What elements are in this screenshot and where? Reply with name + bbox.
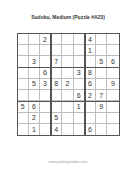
cell-r8c5[interactable]: [62, 113, 73, 124]
cell-r4c3[interactable]: 6: [40, 68, 51, 79]
sudoku-page: Sudoku, Medium (Puzzle #A23) 24137566385…: [0, 0, 136, 176]
cell-r3c3[interactable]: [40, 56, 51, 67]
cell-r7c4[interactable]: [51, 101, 62, 112]
cell-r8c2[interactable]: 2: [29, 113, 40, 124]
cell-r7c9[interactable]: [107, 101, 118, 112]
page-title: Sudoku, Medium (Puzzle #A23): [0, 13, 136, 21]
cell-r8c6[interactable]: [74, 113, 85, 124]
cell-r4c6[interactable]: 3: [74, 68, 85, 79]
cell-r3c8[interactable]: 5: [96, 56, 107, 67]
cell-r6c2[interactable]: [29, 90, 40, 101]
cell-r6c3[interactable]: [40, 90, 51, 101]
cell-r5c3[interactable]: 3: [40, 79, 51, 90]
cell-r2c1[interactable]: [18, 45, 29, 56]
cell-r6c5[interactable]: [62, 90, 73, 101]
cell-r8c4[interactable]: 5: [51, 113, 62, 124]
cell-r6c1[interactable]: [18, 90, 29, 101]
cell-r6c9[interactable]: [107, 90, 118, 101]
cell-r7c2[interactable]: 6: [29, 101, 40, 112]
cell-r6c7[interactable]: 2: [85, 90, 96, 101]
cell-r8c9[interactable]: [107, 113, 118, 124]
cell-r4c2[interactable]: [29, 68, 40, 79]
cell-r5c8[interactable]: [96, 79, 107, 90]
cell-r1c5[interactable]: [62, 34, 73, 45]
sudoku-grid: 2413756638538269627561925146: [17, 33, 120, 136]
cell-r5c1[interactable]: [18, 79, 29, 90]
cell-r8c7[interactable]: [85, 113, 96, 124]
cell-r5c4[interactable]: 8: [51, 79, 62, 90]
cell-r4c8[interactable]: [96, 68, 107, 79]
cell-r6c8[interactable]: 7: [96, 90, 107, 101]
cell-r5c7[interactable]: 6: [85, 79, 96, 90]
cell-r8c3[interactable]: [40, 113, 51, 124]
cell-r9c2[interactable]: 1: [29, 124, 40, 135]
cell-r4c7[interactable]: 8: [85, 68, 96, 79]
cell-r6c6[interactable]: 6: [74, 90, 85, 101]
cell-r5c5[interactable]: 2: [62, 79, 73, 90]
cell-r2c6[interactable]: [74, 45, 85, 56]
cell-r1c1[interactable]: [18, 34, 29, 45]
cell-r9c8[interactable]: [96, 124, 107, 135]
cell-r1c8[interactable]: [96, 34, 107, 45]
cell-r2c4[interactable]: [51, 45, 62, 56]
cell-r2c5[interactable]: [62, 45, 73, 56]
cell-r5c6[interactable]: [74, 79, 85, 90]
cell-r5c9[interactable]: 9: [107, 79, 118, 90]
footer-url: www.printmysudoku.com: [0, 160, 136, 165]
cell-r2c8[interactable]: [96, 45, 107, 56]
cell-r2c7[interactable]: 1: [85, 45, 96, 56]
cell-r9c5[interactable]: [62, 124, 73, 135]
cell-r1c2[interactable]: [29, 34, 40, 45]
cell-r1c6[interactable]: [74, 34, 85, 45]
cell-r5c2[interactable]: 5: [29, 79, 40, 90]
cell-r3c4[interactable]: 7: [51, 56, 62, 67]
cell-r9c9[interactable]: [107, 124, 118, 135]
cell-r2c3[interactable]: [40, 45, 51, 56]
cell-r3c1[interactable]: [18, 56, 29, 67]
cell-r7c3[interactable]: [40, 101, 51, 112]
cell-r4c5[interactable]: [62, 68, 73, 79]
cell-r7c6[interactable]: 1: [74, 101, 85, 112]
cell-r3c2[interactable]: 3: [29, 56, 40, 67]
cell-r1c3[interactable]: 2: [40, 34, 51, 45]
cell-r7c7[interactable]: [85, 101, 96, 112]
cell-r4c4[interactable]: [51, 68, 62, 79]
cell-r3c6[interactable]: [74, 56, 85, 67]
cell-r7c5[interactable]: [62, 101, 73, 112]
cell-r4c9[interactable]: [107, 68, 118, 79]
cell-r4c1[interactable]: [18, 68, 29, 79]
cell-r1c9[interactable]: [107, 34, 118, 45]
cell-r8c8[interactable]: [96, 113, 107, 124]
cell-r1c4[interactable]: [51, 34, 62, 45]
cell-r7c1[interactable]: 5: [18, 101, 29, 112]
cell-r1c7[interactable]: 4: [85, 34, 96, 45]
cell-r9c3[interactable]: [40, 124, 51, 135]
cell-r9c7[interactable]: 6: [85, 124, 96, 135]
cell-r2c2[interactable]: [29, 45, 40, 56]
cell-r8c1[interactable]: [18, 113, 29, 124]
cell-r3c9[interactable]: 6: [107, 56, 118, 67]
cell-r9c6[interactable]: [74, 124, 85, 135]
cell-r2c9[interactable]: [107, 45, 118, 56]
cell-r7c8[interactable]: 9: [96, 101, 107, 112]
cell-r3c7[interactable]: [85, 56, 96, 67]
cell-r9c4[interactable]: 4: [51, 124, 62, 135]
cell-r9c1[interactable]: [18, 124, 29, 135]
cell-r3c5[interactable]: [62, 56, 73, 67]
cell-r6c4[interactable]: [51, 90, 62, 101]
